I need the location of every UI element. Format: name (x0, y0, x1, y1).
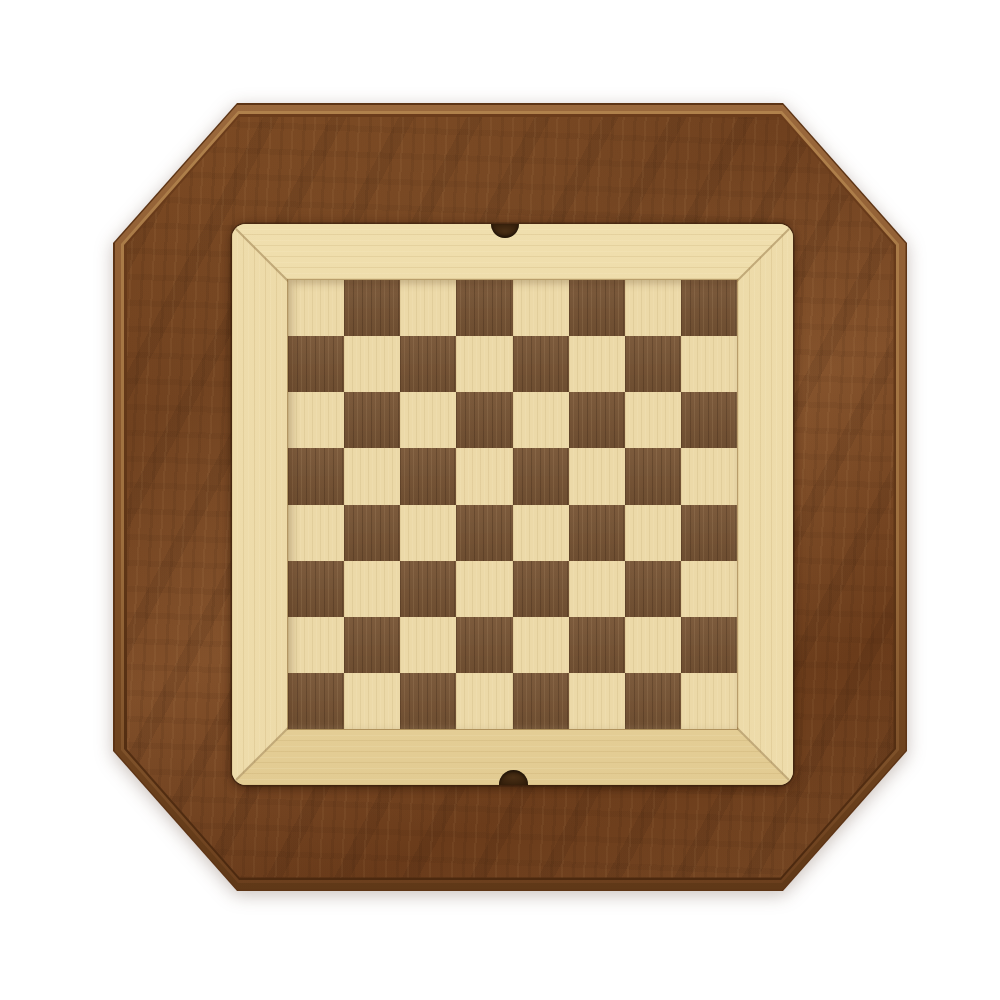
board-square[interactable] (400, 392, 456, 448)
board-square[interactable] (569, 392, 625, 448)
board-square[interactable] (681, 336, 737, 392)
board-square[interactable] (569, 280, 625, 336)
board-square[interactable] (513, 673, 569, 729)
board-square[interactable] (625, 392, 681, 448)
chessboard-insert (232, 224, 793, 785)
board-square[interactable] (456, 448, 512, 504)
board-square[interactable] (400, 505, 456, 561)
board-square[interactable] (400, 561, 456, 617)
board-square[interactable] (569, 561, 625, 617)
board-square[interactable] (288, 673, 344, 729)
board-square[interactable] (400, 673, 456, 729)
board-square[interactable] (625, 561, 681, 617)
board-square[interactable] (513, 505, 569, 561)
board-square[interactable] (513, 561, 569, 617)
board-square[interactable] (456, 561, 512, 617)
board-square[interactable] (681, 505, 737, 561)
board-square[interactable] (681, 280, 737, 336)
table-top-octagon (113, 103, 907, 891)
board-square[interactable] (513, 448, 569, 504)
board-square[interactable] (288, 336, 344, 392)
board-square[interactable] (344, 448, 400, 504)
board-square[interactable] (513, 280, 569, 336)
board-square[interactable] (513, 617, 569, 673)
board-square[interactable] (288, 505, 344, 561)
board-square[interactable] (625, 280, 681, 336)
board-square[interactable] (344, 617, 400, 673)
board-square[interactable] (513, 336, 569, 392)
board-square[interactable] (681, 561, 737, 617)
board-square[interactable] (513, 392, 569, 448)
board-square[interactable] (344, 392, 400, 448)
product-photo-scene (0, 0, 1000, 1000)
board-square[interactable] (456, 336, 512, 392)
board-square[interactable] (681, 673, 737, 729)
board-square[interactable] (288, 617, 344, 673)
board-square[interactable] (456, 505, 512, 561)
board-square[interactable] (288, 561, 344, 617)
board-square[interactable] (569, 673, 625, 729)
board-square[interactable] (681, 448, 737, 504)
board-square[interactable] (625, 673, 681, 729)
board-square[interactable] (625, 505, 681, 561)
board-square[interactable] (625, 448, 681, 504)
board-square[interactable] (681, 392, 737, 448)
board-square[interactable] (456, 280, 512, 336)
chessboard-grid (288, 280, 737, 729)
game-table (0, 0, 1000, 1000)
board-square[interactable] (344, 673, 400, 729)
board-square[interactable] (400, 280, 456, 336)
board-square[interactable] (456, 617, 512, 673)
board-square[interactable] (569, 448, 625, 504)
board-square[interactable] (569, 617, 625, 673)
board-square[interactable] (569, 505, 625, 561)
board-square[interactable] (456, 392, 512, 448)
board-square[interactable] (288, 392, 344, 448)
board-square[interactable] (400, 336, 456, 392)
board-square[interactable] (625, 336, 681, 392)
board-square[interactable] (400, 448, 456, 504)
board-square[interactable] (400, 617, 456, 673)
board-square[interactable] (456, 673, 512, 729)
board-square[interactable] (344, 336, 400, 392)
board-square[interactable] (569, 336, 625, 392)
board-square[interactable] (344, 280, 400, 336)
board-square[interactable] (681, 617, 737, 673)
board-square[interactable] (625, 617, 681, 673)
board-square[interactable] (288, 280, 344, 336)
board-square[interactable] (288, 448, 344, 504)
board-square[interactable] (344, 561, 400, 617)
board-square[interactable] (344, 505, 400, 561)
